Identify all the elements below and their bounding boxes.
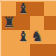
square-r4c4[interactable] <box>44 44 56 56</box>
square-r2c4[interactable] <box>44 16 56 30</box>
square-r3c4[interactable] <box>44 30 56 44</box>
black-bishop-piece[interactable]: ♝ <box>17 29 30 43</box>
black-bishop-piece[interactable]: ♝ <box>17 1 30 15</box>
black-knight-piece[interactable]: ♞ <box>31 29 44 43</box>
black-rook-piece[interactable]: ♜ <box>3 15 16 29</box>
square-r4c1[interactable] <box>2 44 16 56</box>
square-r4c3[interactable] <box>30 44 44 56</box>
square-r4c2[interactable] <box>16 44 30 56</box>
chess-board: ♝♜♝♞ <box>0 0 56 56</box>
square-r1c4[interactable] <box>44 2 56 16</box>
square-r2c1[interactable]: ♜ <box>2 16 16 30</box>
square-r1c2[interactable]: ♝ <box>16 2 30 16</box>
square-r3c2[interactable]: ♝ <box>16 30 30 44</box>
square-r3c3[interactable]: ♞ <box>30 30 44 44</box>
square-r1c3[interactable] <box>30 2 44 16</box>
square-r3c1[interactable] <box>2 30 16 44</box>
